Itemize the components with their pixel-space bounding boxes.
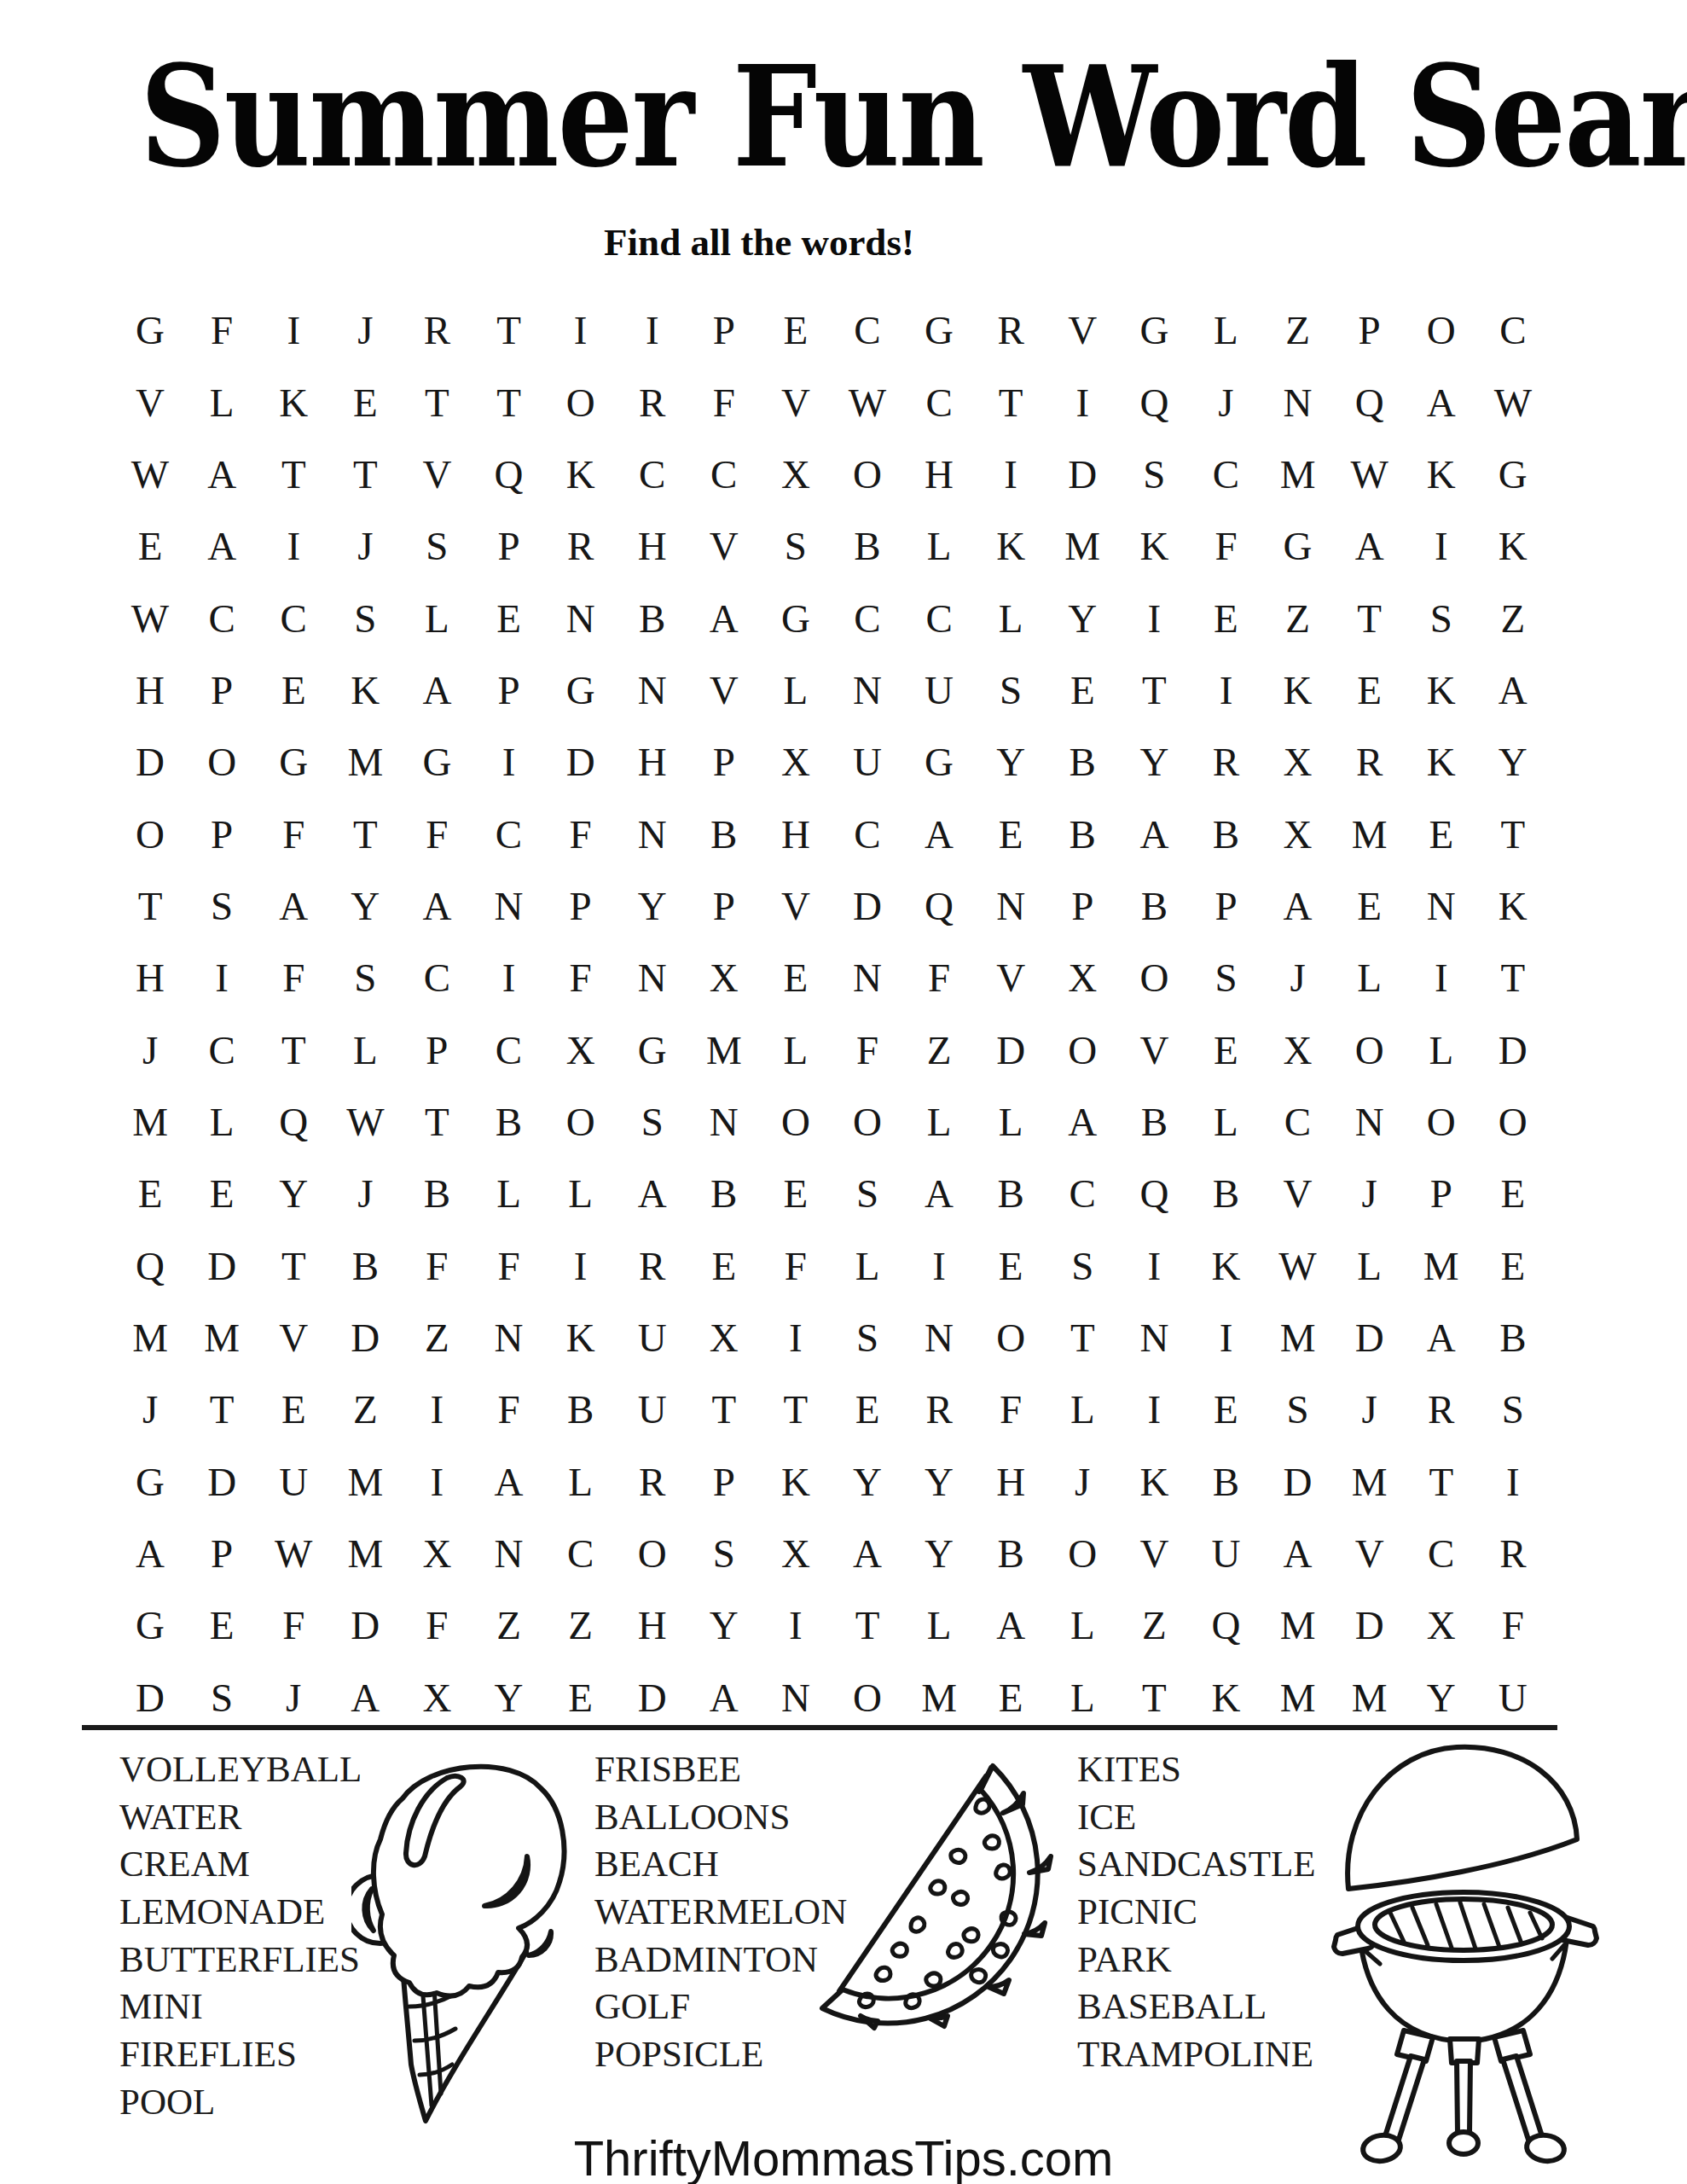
grid-cell-r2c4: E: [329, 366, 401, 438]
grid-cell-r6c4: K: [329, 654, 401, 726]
grid-cell-r3c8: C: [617, 439, 688, 510]
grid-cell-r18c8: O: [617, 1518, 688, 1589]
grid-cell-r17c18: M: [1334, 1446, 1406, 1518]
grid-cell-r17c9: P: [688, 1446, 760, 1518]
grid-cell-r7c12: G: [903, 726, 975, 798]
grid-cell-r15c15: N: [1118, 1302, 1190, 1374]
grid-cell-r14c9: E: [688, 1229, 760, 1301]
grid-cell-r18c13: B: [975, 1518, 1046, 1589]
grid-cell-r19c8: H: [617, 1589, 688, 1661]
grid-cell-r10c2: I: [186, 942, 258, 1014]
grid-cell-r18c1: A: [114, 1518, 186, 1589]
grid-cell-r10c13: V: [975, 942, 1046, 1014]
grid-cell-r13c9: B: [688, 1158, 760, 1229]
grid-cell-r6c3: E: [258, 654, 329, 726]
grid-cell-r6c6: P: [472, 654, 544, 726]
grid-cell-r12c14: A: [1046, 1086, 1118, 1158]
word-list-item: PICNIC: [1077, 1888, 1316, 1936]
word-list-item: SANDCASTLE: [1077, 1840, 1316, 1888]
grid-cell-r18c9: S: [688, 1518, 760, 1589]
grid-cell-r20c18: M: [1334, 1662, 1406, 1734]
grid-cell-r8c8: N: [617, 798, 688, 869]
grid-cell-r9c7: P: [545, 870, 617, 942]
grid-cell-r7c16: R: [1190, 726, 1261, 798]
grid-cell-r16c4: Z: [329, 1374, 401, 1445]
grid-cell-r5c18: T: [1334, 582, 1406, 653]
grid-cell-r5c1: W: [114, 582, 186, 653]
grid-cell-r18c2: P: [186, 1518, 258, 1589]
grid-cell-r20c6: Y: [472, 1662, 544, 1734]
grid-cell-r8c9: B: [688, 798, 760, 869]
grid-cell-r13c10: E: [760, 1158, 832, 1229]
grid-cell-r7c13: Y: [975, 726, 1046, 798]
grid-cell-r17c16: B: [1190, 1446, 1261, 1518]
grid-cell-r3c4: T: [329, 439, 401, 510]
grid-cell-r12c4: W: [329, 1086, 401, 1158]
grid-cell-r3c17: M: [1262, 439, 1334, 510]
grid-cell-r17c6: A: [472, 1446, 544, 1518]
grid-cell-r10c6: I: [472, 942, 544, 1014]
grid-cell-r12c11: O: [832, 1086, 903, 1158]
grid-cell-r7c4: M: [329, 726, 401, 798]
grid-cell-r13c1: E: [114, 1158, 186, 1229]
grid-cell-r19c6: Z: [472, 1589, 544, 1661]
grid-cell-r14c14: S: [1046, 1229, 1118, 1301]
grid-cell-r17c17: D: [1262, 1446, 1334, 1518]
grid-cell-r11c4: L: [329, 1014, 401, 1085]
grid-cell-r18c10: X: [760, 1518, 832, 1589]
grid-cell-r4c3: I: [258, 510, 329, 582]
grid-cell-r3c13: I: [975, 439, 1046, 510]
word-search-page: Summer Fun Word Search Find all the word…: [0, 0, 1687, 2184]
grid-cell-r17c13: H: [975, 1446, 1046, 1518]
grid-cell-r1c11: C: [832, 294, 903, 366]
grid-cell-r2c18: Q: [1334, 366, 1406, 438]
grid-cell-r11c6: C: [472, 1014, 544, 1085]
grid-cell-r7c18: R: [1334, 726, 1406, 798]
grid-cell-r5c3: C: [258, 582, 329, 653]
grid-cell-r15c16: I: [1190, 1302, 1261, 1374]
grid-cell-r14c19: M: [1406, 1229, 1477, 1301]
grid-cell-r13c15: Q: [1118, 1158, 1190, 1229]
grid-cell-r18c16: U: [1190, 1518, 1261, 1589]
grid-cell-r5c2: C: [186, 582, 258, 653]
grid-cell-r17c14: J: [1046, 1446, 1118, 1518]
page-title: Summer Fun Word Search: [0, 44, 1687, 189]
grid-cell-r19c10: I: [760, 1589, 832, 1661]
grid-cell-r15c4: D: [329, 1302, 401, 1374]
grid-cell-r10c1: H: [114, 942, 186, 1014]
grid-cell-r15c1: M: [114, 1302, 186, 1374]
grid-cell-r5c15: I: [1118, 582, 1190, 653]
grid-cell-r12c1: M: [114, 1086, 186, 1158]
grid-cell-r11c11: F: [832, 1014, 903, 1085]
grid-cell-r5c9: A: [688, 582, 760, 653]
grid-cell-r8c12: A: [903, 798, 975, 869]
grid-cell-r1c12: G: [903, 294, 975, 366]
grid-cell-r7c19: K: [1406, 726, 1477, 798]
grid-cell-r20c4: A: [329, 1662, 401, 1734]
grid-cell-r5c7: N: [545, 582, 617, 653]
grid-cell-r1c3: I: [258, 294, 329, 366]
grid-cell-r13c16: B: [1190, 1158, 1261, 1229]
grid-cell-r10c19: I: [1406, 942, 1477, 1014]
grid-cell-r16c13: F: [975, 1374, 1046, 1445]
grid-cell-r10c3: F: [258, 942, 329, 1014]
grid-cell-r16c14: L: [1046, 1374, 1118, 1445]
grid-cell-r4c11: B: [832, 510, 903, 582]
grid-cell-r16c2: T: [186, 1374, 258, 1445]
grid-cell-r9c18: E: [1334, 870, 1406, 942]
grid-cell-r2c16: J: [1190, 366, 1261, 438]
grid-cell-r4c2: A: [186, 510, 258, 582]
grid-cell-r2c17: N: [1262, 366, 1334, 438]
grid-cell-r2c20: W: [1477, 366, 1549, 438]
grid-cell-r13c17: V: [1262, 1158, 1334, 1229]
separator-line: [82, 1725, 1557, 1730]
grid-cell-r17c15: K: [1118, 1446, 1190, 1518]
grid-cell-r6c5: A: [401, 654, 472, 726]
grid-cell-r2c14: I: [1046, 366, 1118, 438]
grid-cell-r1c18: P: [1334, 294, 1406, 366]
grid-cell-r20c17: M: [1262, 1662, 1334, 1734]
grid-cell-r7c6: I: [472, 726, 544, 798]
grid-cell-r11c7: X: [545, 1014, 617, 1085]
word-list-item: VOLLEYBALL: [119, 1745, 362, 1793]
grid-cell-r16c10: T: [760, 1374, 832, 1445]
word-list-item: KITES: [1077, 1745, 1316, 1793]
grid-cell-r14c10: F: [760, 1229, 832, 1301]
grid-cell-r16c18: J: [1334, 1374, 1406, 1445]
grid-cell-r2c13: T: [975, 366, 1046, 438]
grid-cell-r7c17: X: [1262, 726, 1334, 798]
grid-cell-r1c15: G: [1118, 294, 1190, 366]
grid-cell-r3c15: S: [1118, 439, 1190, 510]
grid-cell-r18c17: A: [1262, 1518, 1334, 1589]
grid-cell-r17c3: U: [258, 1446, 329, 1518]
grid-cell-r15c19: A: [1406, 1302, 1477, 1374]
grid-cell-r1c16: L: [1190, 294, 1261, 366]
grid-cell-r5c5: L: [401, 582, 472, 653]
grid-cell-r6c1: H: [114, 654, 186, 726]
grid-cell-r9c2: S: [186, 870, 258, 942]
grid-cell-r12c20: O: [1477, 1086, 1549, 1158]
grid-cell-r5c17: Z: [1262, 582, 1334, 653]
watermelon-slice-icon: [778, 1751, 1068, 2075]
grid-cell-r19c5: F: [401, 1589, 472, 1661]
grid-cell-r7c1: D: [114, 726, 186, 798]
grid-cell-r8c2: P: [186, 798, 258, 869]
grid-cell-r9c16: P: [1190, 870, 1261, 942]
grid-cell-r11c14: O: [1046, 1014, 1118, 1085]
grid-cell-r8c19: E: [1406, 798, 1477, 869]
grid-cell-r19c9: Y: [688, 1589, 760, 1661]
grid-cell-r20c20: U: [1477, 1662, 1549, 1734]
grid-cell-r10c16: S: [1190, 942, 1261, 1014]
grid-cell-r20c3: J: [258, 1662, 329, 1734]
grid-cell-r13c18: J: [1334, 1158, 1406, 1229]
grid-cell-r14c13: E: [975, 1229, 1046, 1301]
grid-cell-r6c8: N: [617, 654, 688, 726]
grid-cell-r12c12: L: [903, 1086, 975, 1158]
grid-cell-r19c18: D: [1334, 1589, 1406, 1661]
grid-cell-r16c12: R: [903, 1374, 975, 1445]
grid-cell-r15c3: V: [258, 1302, 329, 1374]
kettle-grill-icon: [1329, 1737, 1602, 2172]
grid-cell-r2c9: F: [688, 366, 760, 438]
grid-cell-r20c10: N: [760, 1662, 832, 1734]
grid-cell-r8c17: X: [1262, 798, 1334, 869]
grid-cell-r8c7: F: [545, 798, 617, 869]
grid-cell-r11c12: Z: [903, 1014, 975, 1085]
grid-cell-r20c15: T: [1118, 1662, 1190, 1734]
grid-cell-r11c8: G: [617, 1014, 688, 1085]
grid-cell-r7c10: X: [760, 726, 832, 798]
grid-cell-r4c10: S: [760, 510, 832, 582]
grid-cell-r18c18: V: [1334, 1518, 1406, 1589]
grid-cell-r3c11: O: [832, 439, 903, 510]
grid-cell-r18c4: M: [329, 1518, 401, 1589]
grid-cell-r12c10: O: [760, 1086, 832, 1158]
grid-cell-r6c18: E: [1334, 654, 1406, 726]
grid-cell-r4c20: K: [1477, 510, 1549, 582]
grid-cell-r20c5: X: [401, 1662, 472, 1734]
grid-cell-r13c2: E: [186, 1158, 258, 1229]
grid-cell-r8c15: A: [1118, 798, 1190, 869]
grid-cell-r12c7: O: [545, 1086, 617, 1158]
grid-cell-r12c18: N: [1334, 1086, 1406, 1158]
grid-cell-r14c12: I: [903, 1229, 975, 1301]
grid-cell-r4c19: I: [1406, 510, 1477, 582]
grid-cell-r3c1: W: [114, 439, 186, 510]
grid-cell-r4c18: A: [1334, 510, 1406, 582]
grid-cell-r7c20: Y: [1477, 726, 1549, 798]
grid-cell-r9c15: B: [1118, 870, 1190, 942]
grid-cell-r13c8: A: [617, 1158, 688, 1229]
grid-cell-r5c19: S: [1406, 582, 1477, 653]
grid-cell-r12c17: C: [1262, 1086, 1334, 1158]
grid-cell-r14c8: R: [617, 1229, 688, 1301]
grid-cell-r11c19: L: [1406, 1014, 1477, 1085]
subtitle: Find all the words!: [0, 220, 1518, 264]
grid-cell-r9c20: K: [1477, 870, 1549, 942]
grid-cell-r14c4: B: [329, 1229, 401, 1301]
grid-cell-r6c19: K: [1406, 654, 1477, 726]
grid-cell-r5c11: C: [832, 582, 903, 653]
grid-cell-r3c6: Q: [472, 439, 544, 510]
grid-cell-r3c20: G: [1477, 439, 1549, 510]
grid-cell-r15c20: B: [1477, 1302, 1549, 1374]
grid-cell-r9c8: Y: [617, 870, 688, 942]
grid-cell-r5c10: G: [760, 582, 832, 653]
grid-cell-r13c13: B: [975, 1158, 1046, 1229]
grid-cell-r8c14: B: [1046, 798, 1118, 869]
grid-cell-r3c19: K: [1406, 439, 1477, 510]
grid-cell-r11c5: P: [401, 1014, 472, 1085]
grid-cell-r15c11: S: [832, 1302, 903, 1374]
grid-cell-r17c20: I: [1477, 1446, 1549, 1518]
word-list-item: ICE: [1077, 1793, 1316, 1841]
grid-cell-r3c16: C: [1190, 439, 1261, 510]
grid-cell-r9c4: Y: [329, 870, 401, 942]
grid-cell-r18c7: C: [545, 1518, 617, 1589]
grid-cell-r1c6: T: [472, 294, 544, 366]
grid-cell-r11c1: J: [114, 1014, 186, 1085]
grid-cell-r2c10: V: [760, 366, 832, 438]
grid-cell-r8c6: C: [472, 798, 544, 869]
word-list-item: TRAMPOLINE: [1077, 2030, 1316, 2078]
grid-cell-r5c4: S: [329, 582, 401, 653]
grid-cell-r16c11: E: [832, 1374, 903, 1445]
grid-cell-r6c14: E: [1046, 654, 1118, 726]
word-list-column-1: VOLLEYBALLWATERCREAMLEMONADEBUTTERFLIESM…: [119, 1745, 362, 2126]
grid-cell-r11c15: V: [1118, 1014, 1190, 1085]
grid-cell-r4c13: K: [975, 510, 1046, 582]
grid-cell-r1c14: V: [1046, 294, 1118, 366]
grid-cell-r20c19: Y: [1406, 1662, 1477, 1734]
grid-cell-r6c11: N: [832, 654, 903, 726]
grid-cell-r8c20: T: [1477, 798, 1549, 869]
grid-cell-r19c3: F: [258, 1589, 329, 1661]
grid-cell-r6c13: S: [975, 654, 1046, 726]
subtitle-text: Find all the words!: [604, 221, 914, 264]
grid-cell-r20c14: L: [1046, 1662, 1118, 1734]
grid-cell-r16c3: E: [258, 1374, 329, 1445]
grid-cell-r5c14: Y: [1046, 582, 1118, 653]
grid-cell-r8c5: F: [401, 798, 472, 869]
grid-cell-r4c9: V: [688, 510, 760, 582]
grid-cell-r16c17: S: [1262, 1374, 1334, 1445]
grid-cell-r16c1: J: [114, 1374, 186, 1445]
grid-cell-r17c19: T: [1406, 1446, 1477, 1518]
grid-cell-r7c9: P: [688, 726, 760, 798]
grid-cell-r14c16: K: [1190, 1229, 1261, 1301]
grid-cell-r9c19: N: [1406, 870, 1477, 942]
grid-cell-r18c3: W: [258, 1518, 329, 1589]
grid-cell-r1c9: P: [688, 294, 760, 366]
grid-cell-r9c12: Q: [903, 870, 975, 942]
grid-cell-r14c3: T: [258, 1229, 329, 1301]
grid-cell-r3c18: W: [1334, 439, 1406, 510]
word-list-item: PARK: [1077, 1936, 1316, 1984]
grid-cell-r19c19: X: [1406, 1589, 1477, 1661]
grid-cell-r17c1: G: [114, 1446, 186, 1518]
grid-cell-r4c15: K: [1118, 510, 1190, 582]
grid-cell-r4c12: L: [903, 510, 975, 582]
grid-cell-r10c15: O: [1118, 942, 1190, 1014]
grid-cell-r11c18: O: [1334, 1014, 1406, 1085]
grid-cell-r17c2: D: [186, 1446, 258, 1518]
grid-cell-r8c13: E: [975, 798, 1046, 869]
site-credit: ThriftyMommasTips.com: [0, 2129, 1687, 2184]
grid-cell-r7c3: G: [258, 726, 329, 798]
grid-cell-r2c2: L: [186, 366, 258, 438]
grid-cell-r16c9: T: [688, 1374, 760, 1445]
word-list-item: BASEBALL: [1077, 1983, 1316, 2030]
grid-cell-r20c9: A: [688, 1662, 760, 1734]
grid-cell-r19c14: L: [1046, 1589, 1118, 1661]
grid-cell-r7c5: G: [401, 726, 472, 798]
grid-cell-r4c6: P: [472, 510, 544, 582]
grid-cell-r10c10: E: [760, 942, 832, 1014]
grid-cell-r16c15: I: [1118, 1374, 1190, 1445]
grid-cell-r5c16: E: [1190, 582, 1261, 653]
grid-cell-r16c20: S: [1477, 1374, 1549, 1445]
grid-cell-r1c17: Z: [1262, 294, 1334, 366]
grid-cell-r15c13: O: [975, 1302, 1046, 1374]
grid-cell-r3c12: H: [903, 439, 975, 510]
grid-cell-r3c3: T: [258, 439, 329, 510]
grid-cell-r9c10: V: [760, 870, 832, 942]
grid-cell-r8c3: F: [258, 798, 329, 869]
grid-cell-r18c20: R: [1477, 1518, 1549, 1589]
grid-cell-r8c16: B: [1190, 798, 1261, 869]
grid-cell-r19c1: G: [114, 1589, 186, 1661]
grid-cell-r19c7: Z: [545, 1589, 617, 1661]
grid-cell-r2c1: V: [114, 366, 186, 438]
grid-cell-r2c7: O: [545, 366, 617, 438]
grid-cell-r7c8: H: [617, 726, 688, 798]
grid-cell-r6c7: G: [545, 654, 617, 726]
grid-cell-r12c13: L: [975, 1086, 1046, 1158]
grid-cell-r3c5: V: [401, 439, 472, 510]
grid-cell-r14c2: D: [186, 1229, 258, 1301]
word-list-item: WATER: [119, 1793, 362, 1841]
grid-cell-r5c8: B: [617, 582, 688, 653]
grid-cell-r12c9: N: [688, 1086, 760, 1158]
grid-cell-r6c20: A: [1477, 654, 1549, 726]
grid-cell-r19c11: T: [832, 1589, 903, 1661]
grid-cell-r18c11: A: [832, 1518, 903, 1589]
grid-cell-r15c17: M: [1262, 1302, 1334, 1374]
grid-cell-r13c3: Y: [258, 1158, 329, 1229]
grid-cell-r7c14: B: [1046, 726, 1118, 798]
word-list-item: MINI: [119, 1983, 362, 2030]
grid-cell-r15c10: I: [760, 1302, 832, 1374]
grid-cell-r6c15: T: [1118, 654, 1190, 726]
grid-cell-r9c5: A: [401, 870, 472, 942]
grid-cell-r13c19: P: [1406, 1158, 1477, 1229]
grid-cell-r6c2: P: [186, 654, 258, 726]
grid-cell-r15c18: D: [1334, 1302, 1406, 1374]
grid-cell-r1c10: E: [760, 294, 832, 366]
grid-cell-r10c5: C: [401, 942, 472, 1014]
grid-cell-r13c5: B: [401, 1158, 472, 1229]
grid-cell-r4c14: M: [1046, 510, 1118, 582]
grid-cell-r4c16: F: [1190, 510, 1261, 582]
word-list-column-3: KITESICESANDCASTLEPICNICPARKBASEBALLTRAM…: [1077, 1745, 1316, 2078]
word-list-item: LEMONADE: [119, 1888, 362, 1936]
grid-cell-r1c20: C: [1477, 294, 1549, 366]
grid-cell-r13c11: S: [832, 1158, 903, 1229]
grid-cell-r20c12: M: [903, 1662, 975, 1734]
grid-cell-r8c10: H: [760, 798, 832, 869]
grid-cell-r9c9: P: [688, 870, 760, 942]
grid-cell-r11c16: E: [1190, 1014, 1261, 1085]
grid-cell-r18c14: O: [1046, 1518, 1118, 1589]
grid-cell-r2c12: C: [903, 366, 975, 438]
grid-cell-r16c16: E: [1190, 1374, 1261, 1445]
grid-cell-r9c6: N: [472, 870, 544, 942]
grid-cell-r10c20: T: [1477, 942, 1549, 1014]
grid-cell-r9c1: T: [114, 870, 186, 942]
grid-cell-r19c15: Z: [1118, 1589, 1190, 1661]
grid-cell-r14c11: L: [832, 1229, 903, 1301]
grid-cell-r19c4: D: [329, 1589, 401, 1661]
grid-cell-r13c6: L: [472, 1158, 544, 1229]
grid-cell-r19c16: Q: [1190, 1589, 1261, 1661]
grid-cell-r5c12: C: [903, 582, 975, 653]
